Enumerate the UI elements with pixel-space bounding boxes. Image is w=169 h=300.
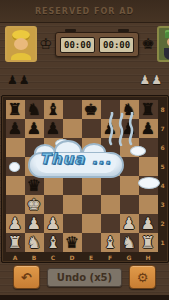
rank-label-7: 7 bbox=[159, 119, 167, 138]
square-f2[interactable] bbox=[101, 214, 120, 233]
beard-shape bbox=[164, 48, 169, 60]
square-g1[interactable]: ♞ bbox=[120, 233, 139, 252]
captured-by-black-tray: ♟♟ bbox=[139, 73, 162, 87]
piece-bP-g7: ♟ bbox=[122, 119, 136, 138]
gear-icon: ⚙ bbox=[137, 271, 149, 284]
square-d7[interactable] bbox=[63, 119, 82, 138]
square-b2[interactable]: ♟ bbox=[25, 214, 44, 233]
piece-bN-g8: ♞ bbox=[122, 100, 136, 119]
square-a7[interactable]: ♟ bbox=[6, 119, 25, 138]
white-king-icon: ♔ bbox=[37, 35, 55, 53]
square-h8[interactable]: ♜ bbox=[139, 100, 158, 119]
square-c2[interactable]: ♟ bbox=[44, 214, 63, 233]
piece-bP-f7: ♟ bbox=[103, 119, 117, 138]
square-g3[interactable] bbox=[120, 195, 139, 214]
square-g8[interactable]: ♞ bbox=[120, 100, 139, 119]
player-bar: ♔ 00:00 00:00 ♚ bbox=[0, 23, 169, 65]
square-d8[interactable] bbox=[63, 100, 82, 119]
chess-clock: 00:00 00:00 bbox=[55, 32, 139, 57]
rank-label-8: 8 bbox=[159, 100, 167, 119]
board-frame: ♜♞♝♚♞♜♟♟♟♟♟♟♛♚♟♟♟♟♟♜♞♝♛♝♞♜ 87654321 ABCD… bbox=[1, 95, 169, 263]
square-e6[interactable] bbox=[82, 138, 101, 157]
black-king-icon: ♚ bbox=[139, 35, 157, 53]
piece-wN-b1: ♞ bbox=[27, 233, 41, 252]
clock-body: 00:00 00:00 bbox=[55, 32, 139, 57]
square-f7[interactable]: ♟ bbox=[101, 119, 120, 138]
square-b4[interactable]: ♛ bbox=[25, 176, 44, 195]
square-h1[interactable]: ♜ bbox=[139, 233, 158, 252]
square-f5[interactable] bbox=[101, 157, 120, 176]
clock-button-left bbox=[65, 29, 76, 32]
piece-bP-h7: ♟ bbox=[141, 119, 155, 138]
piece-bR-a8: ♜ bbox=[8, 100, 22, 119]
rank-label-1: 1 bbox=[159, 233, 167, 252]
square-g6[interactable] bbox=[120, 138, 139, 157]
square-b1[interactable]: ♞ bbox=[25, 233, 44, 252]
square-h3[interactable] bbox=[139, 195, 158, 214]
square-h5[interactable] bbox=[139, 157, 158, 176]
black-clock-display: 00:00 bbox=[99, 37, 134, 53]
square-e1[interactable] bbox=[82, 233, 101, 252]
square-f3[interactable] bbox=[101, 195, 120, 214]
piece-bQ-b4: ♛ bbox=[27, 176, 41, 195]
rank-labels: 87654321 bbox=[159, 100, 167, 252]
rank-label-6: 6 bbox=[159, 138, 167, 157]
square-e4[interactable] bbox=[82, 176, 101, 195]
square-f4[interactable] bbox=[101, 176, 120, 195]
square-h4[interactable] bbox=[139, 176, 158, 195]
square-e7[interactable] bbox=[82, 119, 101, 138]
ad-banner: RESERVED FOR AD bbox=[0, 0, 169, 23]
square-f1[interactable]: ♝ bbox=[101, 233, 120, 252]
square-d6[interactable] bbox=[63, 138, 82, 157]
square-e5[interactable] bbox=[82, 157, 101, 176]
piece-bP-c7: ♟ bbox=[46, 119, 60, 138]
rank-label-4: 4 bbox=[159, 176, 167, 195]
rank-label-2: 2 bbox=[159, 214, 167, 233]
square-g7[interactable]: ♟ bbox=[120, 119, 139, 138]
captured-row: ♟♟ ♟♟ bbox=[0, 65, 169, 95]
square-b8[interactable]: ♞ bbox=[25, 100, 44, 119]
captured-by-white-tray: ♟♟ bbox=[7, 73, 30, 87]
square-a5[interactable] bbox=[6, 157, 25, 176]
square-e3[interactable] bbox=[82, 195, 101, 214]
piece-bR-h8: ♜ bbox=[141, 100, 155, 119]
square-c8[interactable]: ♝ bbox=[44, 100, 63, 119]
square-g5[interactable] bbox=[120, 157, 139, 176]
piece-wR-a1: ♜ bbox=[8, 233, 22, 252]
piece-wP-b2: ♟ bbox=[27, 214, 41, 233]
piece-wP-a2: ♟ bbox=[8, 214, 22, 233]
robe-shape bbox=[11, 53, 31, 62]
piece-wK-b3: ♚ bbox=[27, 195, 41, 214]
square-d3[interactable] bbox=[63, 195, 82, 214]
bottom-edge bbox=[0, 295, 169, 300]
piece-bP-b7: ♟ bbox=[27, 119, 41, 138]
captured-wP: ♟ bbox=[139, 73, 150, 87]
face-shape bbox=[14, 38, 28, 50]
square-a4[interactable] bbox=[6, 176, 25, 195]
face-shape bbox=[167, 37, 169, 47]
square-b5[interactable] bbox=[25, 157, 44, 176]
piece-wN-g1: ♞ bbox=[122, 233, 136, 252]
square-g2[interactable]: ♟ bbox=[120, 214, 139, 233]
piece-bN-b8: ♞ bbox=[27, 100, 41, 119]
piece-bK-e8: ♚ bbox=[84, 100, 98, 119]
captured-bP: ♟ bbox=[7, 73, 18, 87]
white-clock-display: 00:00 bbox=[60, 37, 95, 53]
undo-arrow-icon: ↶ bbox=[21, 271, 32, 284]
bottom-bar: ↶ Undo (x5) ⚙ bbox=[0, 260, 169, 300]
square-a2[interactable]: ♟ bbox=[6, 214, 25, 233]
square-a1[interactable]: ♜ bbox=[6, 233, 25, 252]
square-f6[interactable] bbox=[101, 138, 120, 157]
square-a8[interactable]: ♜ bbox=[6, 100, 25, 119]
square-b6[interactable] bbox=[25, 138, 44, 157]
square-c3[interactable] bbox=[44, 195, 63, 214]
crown-shape bbox=[165, 30, 169, 38]
piece-wB-f1: ♝ bbox=[103, 233, 117, 252]
clock-button-right bbox=[118, 29, 129, 32]
square-c7[interactable]: ♟ bbox=[44, 119, 63, 138]
square-c5[interactable] bbox=[44, 157, 63, 176]
captured-bP: ♟ bbox=[19, 73, 30, 87]
white-player-avatar[interactable] bbox=[5, 26, 37, 62]
piece-wP-c2: ♟ bbox=[46, 214, 60, 233]
undo-arrow-button[interactable]: ↶ bbox=[13, 265, 40, 289]
piece-wB-c1: ♝ bbox=[46, 233, 60, 252]
captured-wP: ♟ bbox=[151, 73, 162, 87]
square-g4[interactable] bbox=[120, 176, 139, 195]
chess-app: RESERVED FOR AD ♔ 00:00 00:00 ♚ ♟♟ ♟♟ bbox=[0, 0, 169, 300]
square-d5[interactable] bbox=[63, 157, 82, 176]
square-b7[interactable]: ♟ bbox=[25, 119, 44, 138]
square-c4[interactable] bbox=[44, 176, 63, 195]
ad-banner-text: RESERVED FOR AD bbox=[35, 7, 134, 16]
square-b3[interactable]: ♚ bbox=[25, 195, 44, 214]
square-h7[interactable]: ♟ bbox=[139, 119, 158, 138]
square-a3[interactable] bbox=[6, 195, 25, 214]
piece-wP-h2: ♟ bbox=[141, 214, 155, 233]
square-e2[interactable] bbox=[82, 214, 101, 233]
square-f8[interactable] bbox=[101, 100, 120, 119]
square-h6[interactable] bbox=[139, 138, 158, 157]
piece-wP-g2: ♟ bbox=[122, 214, 136, 233]
piece-wR-h1: ♜ bbox=[141, 233, 155, 252]
undo-count-button[interactable]: Undo (x5) bbox=[47, 268, 122, 287]
square-d2[interactable] bbox=[63, 214, 82, 233]
square-h2[interactable]: ♟ bbox=[139, 214, 158, 233]
rank-label-5: 5 bbox=[159, 157, 167, 176]
square-d4[interactable] bbox=[63, 176, 82, 195]
settings-button[interactable]: ⚙ bbox=[129, 265, 156, 289]
square-c6[interactable] bbox=[44, 138, 63, 157]
square-e8[interactable]: ♚ bbox=[82, 100, 101, 119]
square-d1[interactable]: ♛ bbox=[63, 233, 82, 252]
rank-label-3: 3 bbox=[159, 195, 167, 214]
piece-bB-c8: ♝ bbox=[46, 100, 60, 119]
piece-bP-a7: ♟ bbox=[8, 119, 22, 138]
black-player-avatar[interactable] bbox=[157, 26, 169, 62]
piece-bQ-d1: ♛ bbox=[65, 233, 79, 252]
square-a6[interactable] bbox=[6, 138, 25, 157]
square-c1[interactable]: ♝ bbox=[44, 233, 63, 252]
board: ♜♞♝♚♞♜♟♟♟♟♟♟♛♚♟♟♟♟♟♜♞♝♛♝♞♜ bbox=[6, 100, 158, 252]
